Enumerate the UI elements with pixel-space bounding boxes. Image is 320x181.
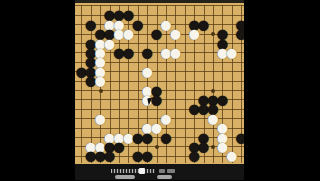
black-stone: ● (152, 29, 162, 39)
grid-line-vertical (213, 5, 214, 163)
white-stone: ● (170, 48, 180, 58)
black-stone: ● (161, 132, 171, 142)
star-point (155, 145, 159, 149)
white-stone: ● (161, 113, 171, 123)
black-stone: ● (123, 48, 133, 58)
grid-line-horizontal (75, 15, 244, 16)
top-strip (75, 0, 244, 3)
move-counter-total (167, 169, 175, 173)
black-stone: ● (133, 19, 143, 29)
star-point (211, 32, 215, 36)
star-point (99, 89, 103, 93)
bottom-toolbar (75, 164, 244, 181)
scrubber-handle-icon[interactable] (139, 168, 145, 174)
app-frame: ●●●●●●●●●●●●●●●●●●●●●●●●●●●●●●●●●●●●●●●●… (0, 0, 320, 180)
white-stone: ● (227, 151, 237, 161)
white-stone: ● (142, 66, 152, 76)
black-stone: ● (236, 29, 244, 39)
black-stone: ● (142, 48, 152, 58)
move-counter (159, 169, 165, 173)
toolbar-button-right[interactable] (157, 175, 172, 179)
move-scrubber[interactable] (111, 169, 155, 173)
white-stone: ● (227, 48, 237, 58)
toolbar-button-left[interactable] (115, 175, 135, 179)
video-content: ●●●●●●●●●●●●●●●●●●●●●●●●●●●●●●●●●●●●●●●●… (75, 0, 244, 180)
black-stone: ● (142, 151, 152, 161)
black-stone: ● (105, 151, 115, 161)
black-stone: ● (189, 151, 199, 161)
grid-line-horizontal (75, 5, 244, 6)
white-stone: ● (95, 76, 105, 86)
white-stone: ● (123, 29, 133, 39)
black-stone: ● (142, 132, 152, 142)
grid-line-vertical (185, 5, 186, 163)
mouse-cursor-icon (147, 98, 153, 106)
white-stone: ● (95, 113, 105, 123)
grid-line-vertical (232, 5, 233, 163)
white-stone: ● (170, 29, 180, 39)
star-point (211, 145, 215, 149)
black-stone: ● (199, 142, 209, 152)
black-stone: ● (114, 142, 124, 152)
black-stone: ● (236, 132, 244, 142)
grid-line-vertical (81, 5, 82, 163)
black-stone: ● (199, 19, 209, 29)
go-board[interactable]: ●●●●●●●●●●●●●●●●●●●●●●●●●●●●●●●●●●●●●●●●… (75, 3, 244, 164)
white-stone: ● (189, 29, 199, 39)
